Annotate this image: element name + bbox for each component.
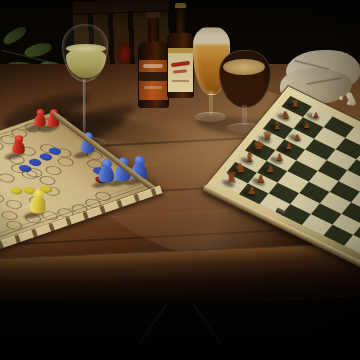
track-circle: [43, 164, 66, 176]
track-circle: [54, 156, 77, 168]
painted-dot-blue: [26, 158, 44, 167]
painted-dot-yellow: [7, 186, 25, 195]
label-smalltext: [172, 80, 189, 82]
track-circle: [0, 182, 3, 194]
label-script: [171, 61, 190, 67]
painted-dot-blue: [46, 146, 64, 155]
chess-piece-p: ♟: [291, 132, 305, 140]
label-script: [144, 86, 162, 89]
label-band: [168, 48, 193, 53]
label-band: [139, 72, 168, 81]
cord-knot: [339, 96, 343, 100]
wine-glass-stem: [83, 79, 86, 140]
label-script: [173, 69, 187, 73]
wine-glass-bowl: [62, 24, 108, 82]
chess-piece-p: ♟: [282, 143, 296, 152]
chess-piece-p: ♟: [254, 174, 268, 184]
track-circle: [0, 192, 8, 204]
beer-bottle-orange-label: [138, 12, 169, 108]
chess-piece-p: ♟: [264, 164, 278, 173]
painted-dot-blue: [36, 152, 54, 161]
track-circle: [52, 147, 75, 159]
beer-bottle-cream-label: [167, 3, 194, 98]
track-circle: [23, 167, 46, 179]
chess-piece-p: ♟: [300, 122, 314, 130]
track-circle: [3, 198, 26, 210]
chess-piece-r: ♜: [288, 99, 302, 108]
under-table-darkness: [0, 300, 360, 360]
track-circle: [8, 162, 31, 174]
bottle-neck: [148, 18, 159, 44]
pawn-body: [12, 140, 25, 154]
pawn-body: [29, 196, 45, 213]
bottle-label: [168, 48, 193, 92]
dark-beer-foam: [223, 59, 265, 75]
track-circle: [36, 174, 59, 186]
tabletop-scene: ♜♟♞♟♝♟♛♟♚♟♝♟♞♟♜♟: [0, 0, 360, 360]
chess-piece-r: ♜: [224, 171, 238, 185]
wine-glass: [60, 24, 108, 128]
label-script: [143, 64, 163, 68]
pawn-body: [99, 166, 115, 183]
leaf: [1, 25, 29, 47]
chess-piece-p: ♟: [273, 153, 287, 162]
bottle-label: [139, 60, 168, 100]
track-circle: [0, 172, 18, 184]
red-glint: [118, 42, 131, 66]
leaf: [23, 42, 53, 59]
pawn-body: [34, 114, 46, 126]
track-circle: [0, 210, 21, 222]
track-circle: [36, 143, 59, 155]
chess-piece-p: ♟: [309, 111, 323, 118]
track-circle: [0, 140, 7, 152]
track-circle: [18, 169, 41, 181]
chess-piece-p: ♟: [245, 185, 259, 195]
track-circle: [3, 219, 26, 231]
bottle-neck: [176, 8, 185, 35]
glass-stem: [242, 105, 247, 125]
painted-dot-blue: [16, 163, 34, 172]
